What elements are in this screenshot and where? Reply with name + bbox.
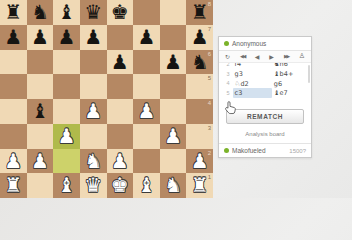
square-f5[interactable]	[133, 74, 160, 99]
rank-label: 3	[208, 125, 211, 131]
move-black[interactable]: g6	[272, 79, 311, 89]
move-number: 5	[222, 90, 233, 96]
square-b1[interactable]	[27, 173, 54, 198]
piece-white-pawn[interactable]: ♟	[133, 99, 160, 124]
square-g3[interactable]: ♟	[160, 124, 187, 149]
piece-white-pawn[interactable]: ♟	[27, 149, 54, 174]
square-e5[interactable]	[107, 74, 134, 99]
square-h1[interactable]: ♜1	[186, 173, 213, 198]
player-bottom-rating: 1500?	[289, 148, 306, 154]
square-d4[interactable]: ♟	[80, 99, 107, 124]
piece-black-pawn[interactable]: ♟	[133, 25, 160, 50]
move-row: 5c3♝e7	[219, 88, 311, 98]
move-black[interactable]: ♝b4+	[272, 69, 311, 79]
square-c5[interactable]	[53, 74, 80, 99]
piece-black-rook[interactable]: ♜	[0, 0, 27, 25]
square-c7[interactable]: ♟	[53, 25, 80, 50]
square-a4[interactable]	[0, 99, 27, 124]
square-a5[interactable]	[0, 74, 27, 99]
piece-black-knight[interactable]: ♞	[27, 0, 54, 25]
piece-white-knight[interactable]: ♞	[160, 173, 187, 198]
piece-white-pawn[interactable]: ♟	[107, 149, 134, 174]
online-status-icon	[224, 41, 229, 46]
move-white[interactable]: ♘d2	[233, 79, 272, 89]
piece-white-pawn[interactable]: ♟	[0, 149, 27, 174]
square-h3[interactable]: 3	[186, 124, 213, 149]
square-d6[interactable]	[80, 50, 107, 75]
move-number: 4	[222, 80, 233, 86]
move-number: 3	[222, 71, 233, 77]
square-b8[interactable]: ♞	[27, 0, 54, 25]
square-d8[interactable]: ♛	[80, 0, 107, 25]
square-d1[interactable]: ♛	[80, 173, 107, 198]
analysis-icon[interactable]: ♙	[299, 51, 305, 62]
rank-label: 8	[208, 1, 211, 7]
square-f7[interactable]: ♟	[133, 25, 160, 50]
piece-black-pawn[interactable]: ♟	[27, 25, 54, 50]
piece-black-pawn[interactable]: ♟	[0, 25, 27, 50]
square-e4[interactable]	[107, 99, 134, 124]
piece-black-queen[interactable]: ♛	[80, 0, 107, 25]
square-c2[interactable]	[53, 149, 80, 174]
move-list: 2f4♞h63g3♝b4+4♘d2g65c3♝e7	[219, 63, 311, 98]
square-c3[interactable]: ♟	[53, 124, 80, 149]
square-d7[interactable]: ♟	[80, 25, 107, 50]
move-white[interactable]: c3	[233, 88, 272, 98]
prev-icon[interactable]: ◀	[255, 51, 260, 62]
square-h2[interactable]: ♟2	[186, 149, 213, 174]
square-e2[interactable]: ♟	[107, 149, 134, 174]
square-c8[interactable]: ♝	[53, 0, 80, 25]
square-f2[interactable]	[133, 149, 160, 174]
piece-black-pawn[interactable]: ♟	[53, 25, 80, 50]
square-a1[interactable]: ♜	[0, 173, 27, 198]
last-icon[interactable]: ▶▶	[284, 51, 289, 62]
square-b4[interactable]: ♝	[27, 99, 54, 124]
square-f1[interactable]: ♝	[133, 173, 160, 198]
piece-white-bishop[interactable]: ♝	[53, 173, 80, 198]
square-b7[interactable]: ♟	[27, 25, 54, 50]
square-b2[interactable]: ♟	[27, 149, 54, 174]
piece-white-bishop[interactable]: ♝	[133, 173, 160, 198]
square-g6[interactable]: ♟	[160, 50, 187, 75]
square-a7[interactable]: ♟	[0, 25, 27, 50]
square-h7[interactable]: ♟7	[186, 25, 213, 50]
square-e7[interactable]	[107, 25, 134, 50]
piece-white-rook[interactable]: ♜	[0, 173, 27, 198]
square-a8[interactable]: ♜	[0, 0, 27, 25]
square-g1[interactable]: ♞	[160, 173, 187, 198]
square-g8[interactable]	[160, 0, 187, 25]
square-e3[interactable]	[107, 124, 134, 149]
player-top: Anonymous	[219, 37, 311, 51]
rank-label: 7	[208, 26, 211, 32]
square-a3[interactable]	[0, 124, 27, 149]
square-g2[interactable]	[160, 149, 187, 174]
square-d2[interactable]: ♞	[80, 149, 107, 174]
square-c6[interactable]	[53, 50, 80, 75]
piece-white-pawn[interactable]: ♟	[160, 124, 187, 149]
square-d5[interactable]	[80, 74, 107, 99]
move-row: 3g3♝b4+	[219, 69, 311, 79]
piece-black-pawn[interactable]: ♟	[80, 25, 107, 50]
player-bottom-name: Makofueled	[232, 147, 266, 154]
player-bottom: Makofueled 1500?	[219, 143, 311, 157]
chess-board: ♜♞♝♛♚♜8♟♟♟♟♟♟7♟♟♞65♝♟♟4♟♟3♟♟♞♟♟2♜♝♛♚♝♞♜1	[0, 0, 213, 198]
square-b3[interactable]	[27, 124, 54, 149]
square-c1[interactable]: ♝	[53, 173, 80, 198]
move-row: 2f4♞h6	[219, 63, 311, 69]
piece-white-knight[interactable]: ♞	[80, 149, 107, 174]
square-a2[interactable]: ♟	[0, 149, 27, 174]
square-a6[interactable]	[0, 50, 27, 75]
next-icon[interactable]: ▶	[269, 51, 274, 62]
rank-label: 4	[208, 100, 211, 106]
square-e1[interactable]: ♚	[107, 173, 134, 198]
square-f8[interactable]	[133, 0, 160, 25]
piece-black-bishop[interactable]: ♝	[53, 0, 80, 25]
square-h4[interactable]: 4	[186, 99, 213, 124]
rank-label: 1	[208, 174, 211, 180]
game-side-panel: Anonymous ↻◀◀◀▶▶▶♙ 2f4♞h63g3♝b4+4♘d2g65c…	[218, 36, 312, 158]
rank-label: 5	[208, 75, 211, 81]
square-b6[interactable]	[27, 50, 54, 75]
move-number: 2	[222, 63, 233, 67]
online-status-icon	[224, 148, 229, 153]
analysis-board-link[interactable]: Analysis board	[219, 131, 311, 137]
rank-label: 6	[208, 51, 211, 57]
move-list-scrollbar[interactable]	[308, 65, 310, 83]
rank-label: 2	[208, 150, 211, 156]
square-f6[interactable]	[133, 50, 160, 75]
move-nav-toolbar: ↻◀◀◀▶▶▶♙	[219, 51, 311, 63]
piece-white-pawn[interactable]: ♟	[53, 124, 80, 149]
piece-black-pawn[interactable]: ♟	[107, 50, 134, 75]
move-white[interactable]: g3	[233, 69, 272, 79]
square-h5[interactable]: 5	[186, 74, 213, 99]
move-row: 4♘d2g6	[219, 79, 311, 89]
piece-black-pawn[interactable]: ♟	[160, 50, 187, 75]
square-d3[interactable]	[80, 124, 107, 149]
square-e8[interactable]: ♚	[107, 0, 134, 25]
square-h6[interactable]: ♞6	[186, 50, 213, 75]
piece-white-pawn[interactable]: ♟	[80, 99, 107, 124]
piece-white-queen[interactable]: ♛	[80, 173, 107, 198]
player-top-name: Anonymous	[232, 40, 266, 47]
piece-white-king[interactable]: ♚	[107, 173, 134, 198]
square-g4[interactable]	[160, 99, 187, 124]
move-black[interactable]: ♝e7	[272, 88, 311, 98]
square-e6[interactable]: ♟	[107, 50, 134, 75]
square-c4[interactable]	[53, 99, 80, 124]
flip-icon[interactable]: ↻	[225, 51, 230, 62]
move-list-container[interactable]: 2f4♞h63g3♝b4+4♘d2g65c3♝e7	[219, 63, 311, 105]
rematch-button[interactable]: REMATCH	[226, 109, 304, 124]
piece-black-king[interactable]: ♚	[107, 0, 134, 25]
square-f4[interactable]: ♟	[133, 99, 160, 124]
square-b5[interactable]	[27, 74, 54, 99]
piece-black-bishop[interactable]: ♝	[27, 99, 54, 124]
first-icon[interactable]: ◀◀	[240, 51, 245, 62]
square-g7[interactable]	[160, 25, 187, 50]
page: ♜♞♝♛♚♜8♟♟♟♟♟♟7♟♟♞65♝♟♟4♟♟3♟♟♞♟♟2♜♝♛♚♝♞♜1…	[0, 0, 352, 198]
square-g5[interactable]	[160, 74, 187, 99]
square-f3[interactable]	[133, 124, 160, 149]
square-h8[interactable]: ♜8	[186, 0, 213, 25]
